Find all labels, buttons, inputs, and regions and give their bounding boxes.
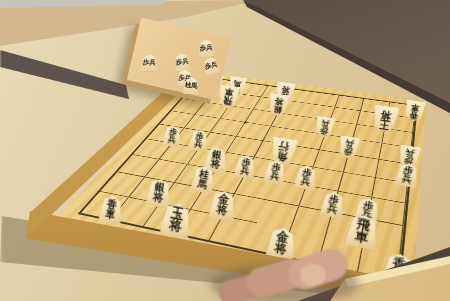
captured-piece: 歩兵 <box>202 56 221 76</box>
piece-kanji: 桂馬 <box>197 169 209 189</box>
captured-piece: 歩兵 <box>141 54 157 71</box>
piece-kanji: 飛車 <box>224 88 235 106</box>
piece-kanji: 歩兵 <box>167 128 177 144</box>
gote-komadai: 歩兵歩兵歩兵歩兵歩兵桂馬 <box>127 17 231 100</box>
piece-kanji: 歩兵 <box>300 168 312 186</box>
piece-kanji: 歩兵 <box>343 139 354 156</box>
piece-kanji: 金将 <box>216 194 230 217</box>
captured-piece: 歩兵 <box>198 39 215 57</box>
piece-kanji: 香車 <box>105 199 118 221</box>
fingertip <box>300 264 326 286</box>
piece-kanji: 歩兵 <box>239 158 250 176</box>
piece-kanji: 歩兵 <box>326 194 339 214</box>
piece-kanji: 飛車 <box>354 218 371 245</box>
piece-kanji: 銀将 <box>273 97 284 114</box>
piece-kanji: 歩兵 <box>401 166 413 184</box>
piece-kanji: 歩兵 <box>320 120 330 136</box>
piece-kanji: 銀将 <box>153 182 166 204</box>
piece-kanji: 歩兵 <box>194 132 204 148</box>
piece-kanji: 玉将 <box>168 207 184 234</box>
player-hand <box>216 250 356 301</box>
captured-piece: 歩兵 <box>173 53 191 72</box>
piece-kanji: 歩兵 <box>404 148 416 165</box>
piece-kanji: 銀将 <box>209 150 221 170</box>
piece-kanji: 香車 <box>409 103 420 119</box>
piece-kanji: 角行 <box>277 141 291 162</box>
piece-kanji: 歩兵 <box>269 163 280 181</box>
piece-kanji: 王将 <box>378 109 392 129</box>
shogi-photo-scene: 香車桂馬金将香車飛車銀将王将歩兵歩兵歩兵角行歩兵歩兵歩兵銀将歩兵歩兵歩兵桂馬歩兵… <box>0 0 450 301</box>
